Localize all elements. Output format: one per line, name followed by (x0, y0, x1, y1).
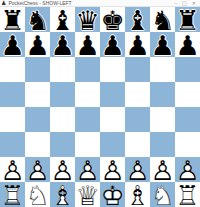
white-pawn[interactable]: ♟♙ (175, 157, 200, 182)
square-h6[interactable] (175, 57, 200, 82)
piece-glyph: ♟ (50, 32, 74, 57)
white-bishop[interactable]: ♝♗ (50, 182, 75, 207)
white-pawn[interactable]: ♟♙ (25, 157, 50, 182)
square-b3[interactable] (25, 132, 50, 157)
square-d1[interactable]: ♛♕ (75, 182, 100, 207)
piece-outline-layer: ♙ (25, 157, 49, 182)
white-king[interactable]: ♚♔ (100, 182, 125, 207)
square-c5[interactable] (50, 82, 75, 107)
piece-glyph: ♞ (25, 7, 49, 32)
square-f8[interactable]: ♝ (125, 7, 150, 32)
piece-outline-layer: ♙ (150, 157, 174, 182)
window-controls: – □ ✕ (175, 0, 196, 6)
square-a8[interactable]: ♜ (0, 7, 25, 32)
piece-outline-layer: ♙ (125, 157, 149, 182)
square-a5[interactable] (0, 82, 25, 107)
piece-outline-layer: ♖ (0, 182, 24, 207)
black-pawn[interactable]: ♟ (175, 32, 200, 57)
square-g8[interactable]: ♞ (150, 7, 175, 32)
square-b8[interactable]: ♞ (25, 7, 50, 32)
piece-glyph: ♝ (50, 7, 74, 32)
square-h4[interactable] (175, 107, 200, 132)
piece-glyph: ♚ (100, 7, 124, 32)
piece-outline-layer: ♖ (175, 182, 199, 207)
black-bishop[interactable]: ♝ (50, 7, 75, 32)
piece-outline-layer: ♘ (25, 182, 49, 207)
minimize-button[interactable]: – (175, 0, 178, 6)
square-a7[interactable]: ♟ (0, 32, 25, 57)
square-d2[interactable]: ♟♙ (75, 157, 100, 182)
black-rook[interactable]: ♜ (175, 7, 200, 32)
piece-outline-layer: ♘ (150, 182, 174, 207)
square-h1[interactable]: ♜♖ (175, 182, 200, 207)
square-g1[interactable]: ♞♘ (150, 182, 175, 207)
square-a4[interactable] (0, 107, 25, 132)
black-pawn[interactable]: ♟ (150, 32, 175, 57)
square-c3[interactable] (50, 132, 75, 157)
piece-glyph: ♜ (0, 7, 24, 32)
square-e1[interactable]: ♚♔ (100, 182, 125, 207)
piece-outline-layer: ♙ (75, 157, 99, 182)
square-c8[interactable]: ♝ (50, 7, 75, 32)
piece-glyph: ♞ (150, 7, 174, 32)
white-rook[interactable]: ♜♖ (0, 182, 25, 207)
maximize-button[interactable]: □ (182, 0, 187, 6)
square-c7[interactable]: ♟ (50, 32, 75, 57)
black-pawn[interactable]: ♟ (125, 32, 150, 57)
black-king[interactable]: ♚ (100, 7, 125, 32)
white-pawn[interactable]: ♟♙ (125, 157, 150, 182)
square-d4[interactable] (75, 107, 100, 132)
piece-outline-layer: ♙ (0, 157, 24, 182)
square-h7[interactable]: ♟ (175, 32, 200, 57)
square-f3[interactable] (125, 132, 150, 157)
square-g2[interactable]: ♟♙ (150, 157, 175, 182)
black-knight[interactable]: ♞ (150, 7, 175, 32)
square-d5[interactable] (75, 82, 100, 107)
piece-outline-layer: ♔ (100, 182, 124, 207)
square-h5[interactable] (175, 82, 200, 107)
square-e5[interactable] (100, 82, 125, 107)
square-e4[interactable] (100, 107, 125, 132)
square-f6[interactable] (125, 57, 150, 82)
black-pawn[interactable]: ♟ (100, 32, 125, 57)
square-d7[interactable]: ♟ (75, 32, 100, 57)
square-b2[interactable]: ♟♙ (25, 157, 50, 182)
piece-glyph: ♟ (150, 32, 174, 57)
piece-glyph: ♟ (25, 32, 49, 57)
black-pawn[interactable]: ♟ (0, 32, 25, 57)
square-b1[interactable]: ♞♘ (25, 182, 50, 207)
piece-glyph: ♜ (175, 7, 199, 32)
white-pawn[interactable]: ♟♙ (150, 157, 175, 182)
square-g7[interactable]: ♟ (150, 32, 175, 57)
piece-glyph: ♟ (175, 32, 199, 57)
black-pawn[interactable]: ♟ (75, 32, 100, 57)
app-icon: ♟ (1, 0, 6, 6)
square-f2[interactable]: ♟♙ (125, 157, 150, 182)
piece-glyph: ♟ (0, 32, 24, 57)
square-f1[interactable]: ♝♗ (125, 182, 150, 207)
square-d3[interactable] (75, 132, 100, 157)
white-pawn[interactable]: ♟♙ (50, 157, 75, 182)
square-b4[interactable] (25, 107, 50, 132)
close-button[interactable]: ✕ (192, 0, 196, 6)
piece-outline-layer: ♙ (100, 157, 124, 182)
square-d6[interactable] (75, 57, 100, 82)
square-h2[interactable]: ♟♙ (175, 157, 200, 182)
square-f4[interactable] (125, 107, 150, 132)
white-pawn[interactable]: ♟♙ (75, 157, 100, 182)
square-g5[interactable] (150, 82, 175, 107)
piece-outline-layer: ♙ (50, 157, 74, 182)
white-bishop[interactable]: ♝♗ (125, 182, 150, 207)
piece-glyph: ♟ (100, 32, 124, 57)
square-b6[interactable] (25, 57, 50, 82)
piece-glyph: ♝ (125, 7, 149, 32)
black-queen[interactable]: ♛ (75, 7, 100, 32)
piece-outline-layer: ♙ (175, 157, 199, 182)
piece-outline-layer: ♗ (125, 182, 149, 207)
square-f5[interactable] (125, 82, 150, 107)
white-knight[interactable]: ♞♘ (25, 182, 50, 207)
square-c4[interactable] (50, 107, 75, 132)
square-g3[interactable] (150, 132, 175, 157)
square-c2[interactable]: ♟♙ (50, 157, 75, 182)
piece-outline-layer: ♕ (75, 182, 99, 207)
white-pawn[interactable]: ♟♙ (0, 157, 25, 182)
square-e2[interactable]: ♟♙ (100, 157, 125, 182)
square-b5[interactable] (25, 82, 50, 107)
square-a6[interactable] (0, 57, 25, 82)
white-knight[interactable]: ♞♘ (150, 182, 175, 207)
square-a3[interactable] (0, 132, 25, 157)
square-e6[interactable] (100, 57, 125, 82)
piece-outline-layer: ♗ (50, 182, 74, 207)
white-pawn[interactable]: ♟♙ (100, 157, 125, 182)
square-e8[interactable]: ♚ (100, 7, 125, 32)
window-title: PocketChess - SHOW-LEFT (8, 0, 174, 6)
square-h3[interactable] (175, 132, 200, 157)
square-c1[interactable]: ♝♗ (50, 182, 75, 207)
black-knight[interactable]: ♞ (25, 7, 50, 32)
title-bar: ♟ PocketChess - SHOW-LEFT – □ ✕ (0, 0, 200, 7)
black-pawn[interactable]: ♟ (50, 32, 75, 57)
square-d8[interactable]: ♛ (75, 7, 100, 32)
black-bishop[interactable]: ♝ (125, 7, 150, 32)
square-f7[interactable]: ♟ (125, 32, 150, 57)
square-g6[interactable] (150, 57, 175, 82)
square-a2[interactable]: ♟♙ (0, 157, 25, 182)
chess-board: ♜♞♝♛♚♝♞♜♟♟♟♟♟♟♟♟♟♙♟♙♟♙♟♙♟♙♟♙♟♙♟♙♜♖♞♘♝♗♛♕… (0, 7, 200, 207)
white-rook[interactable]: ♜♖ (175, 182, 200, 207)
white-queen[interactable]: ♛♕ (75, 182, 100, 207)
piece-glyph: ♟ (75, 32, 99, 57)
square-a1[interactable]: ♜♖ (0, 182, 25, 207)
square-g4[interactable] (150, 107, 175, 132)
square-e3[interactable] (100, 132, 125, 157)
black-rook[interactable]: ♜ (0, 7, 25, 32)
black-pawn[interactable]: ♟ (25, 32, 50, 57)
square-h8[interactable]: ♜ (175, 7, 200, 32)
square-c6[interactable] (50, 57, 75, 82)
square-e7[interactable]: ♟ (100, 32, 125, 57)
piece-glyph: ♟ (125, 32, 149, 57)
app-window: ♟ PocketChess - SHOW-LEFT – □ ✕ ♜♞♝♛♚♝♞♜… (0, 0, 200, 207)
square-b7[interactable]: ♟ (25, 32, 50, 57)
piece-glyph: ♛ (75, 7, 99, 32)
